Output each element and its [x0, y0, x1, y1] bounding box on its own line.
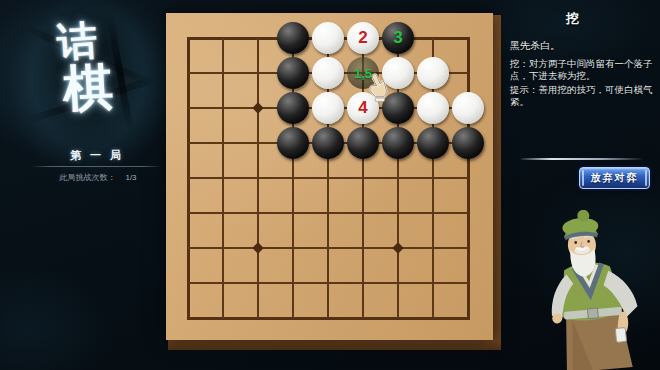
- left-divider: [31, 166, 163, 167]
- grid-line-horizontal: [188, 177, 468, 179]
- white-stone: [417, 57, 449, 89]
- black-stone: [312, 127, 344, 159]
- puzzle-goal: 黑先杀白。: [510, 39, 656, 53]
- black-stone: [452, 127, 484, 159]
- black-stone: [382, 127, 414, 159]
- surrender-button[interactable]: 放弃对弈: [579, 167, 650, 189]
- attempts-counter: 此局挑战次数：1/3: [36, 172, 160, 183]
- board-3d-edge-right: [493, 15, 501, 348]
- black-stone: [277, 57, 309, 89]
- white-stone: [312, 57, 344, 89]
- title-calligraphy-char-2: 棋: [62, 62, 115, 115]
- right-divider: [521, 158, 644, 160]
- black-stone: [347, 127, 379, 159]
- technique-explanation: 挖：对方两子中间尚留有一个落子点，下进去称为挖。: [510, 58, 658, 81]
- round-label: 第一局: [40, 148, 160, 163]
- grid-line-horizontal: [188, 282, 468, 284]
- grid-line-horizontal: [188, 212, 468, 214]
- black-stone: [277, 92, 309, 124]
- move-number-label: 3: [382, 22, 414, 54]
- black-stone: [277, 22, 309, 54]
- white-stone: [312, 22, 344, 54]
- board-3d-edge-bottom: [168, 340, 501, 350]
- puzzle-description: 挖：对方两子中间尚留有一个落子点，下进去称为挖。 提示：善用挖的技巧，可使白棋气…: [510, 58, 658, 110]
- black-stone: [417, 127, 449, 159]
- attempts-label: 此局挑战次数：: [59, 173, 115, 182]
- white-stone: [417, 92, 449, 124]
- white-stone-move-2: 2: [347, 22, 379, 54]
- puzzle-hint: 提示：善用挖的技巧，可使白棋气紧。: [510, 84, 658, 107]
- game-screen: 诘 棋 第一局 此局挑战次数：1/3 231,54 挖 黑先杀白。 挖：对方两子…: [0, 0, 660, 370]
- move-number-label: 2: [347, 22, 379, 54]
- white-stone: [452, 92, 484, 124]
- technique-title: 挖: [505, 10, 640, 28]
- attempts-value: 1/3: [125, 173, 136, 182]
- black-stone: [277, 127, 309, 159]
- title-calligraphy-char-1: 诘: [56, 21, 99, 64]
- grid-line-horizontal: [188, 247, 468, 249]
- white-stone: [312, 92, 344, 124]
- go-board[interactable]: 231,54: [166, 13, 493, 340]
- black-stone-move-3: 3: [382, 22, 414, 54]
- npc-old-master: [532, 210, 660, 370]
- pointing-hand-cursor: [365, 73, 392, 103]
